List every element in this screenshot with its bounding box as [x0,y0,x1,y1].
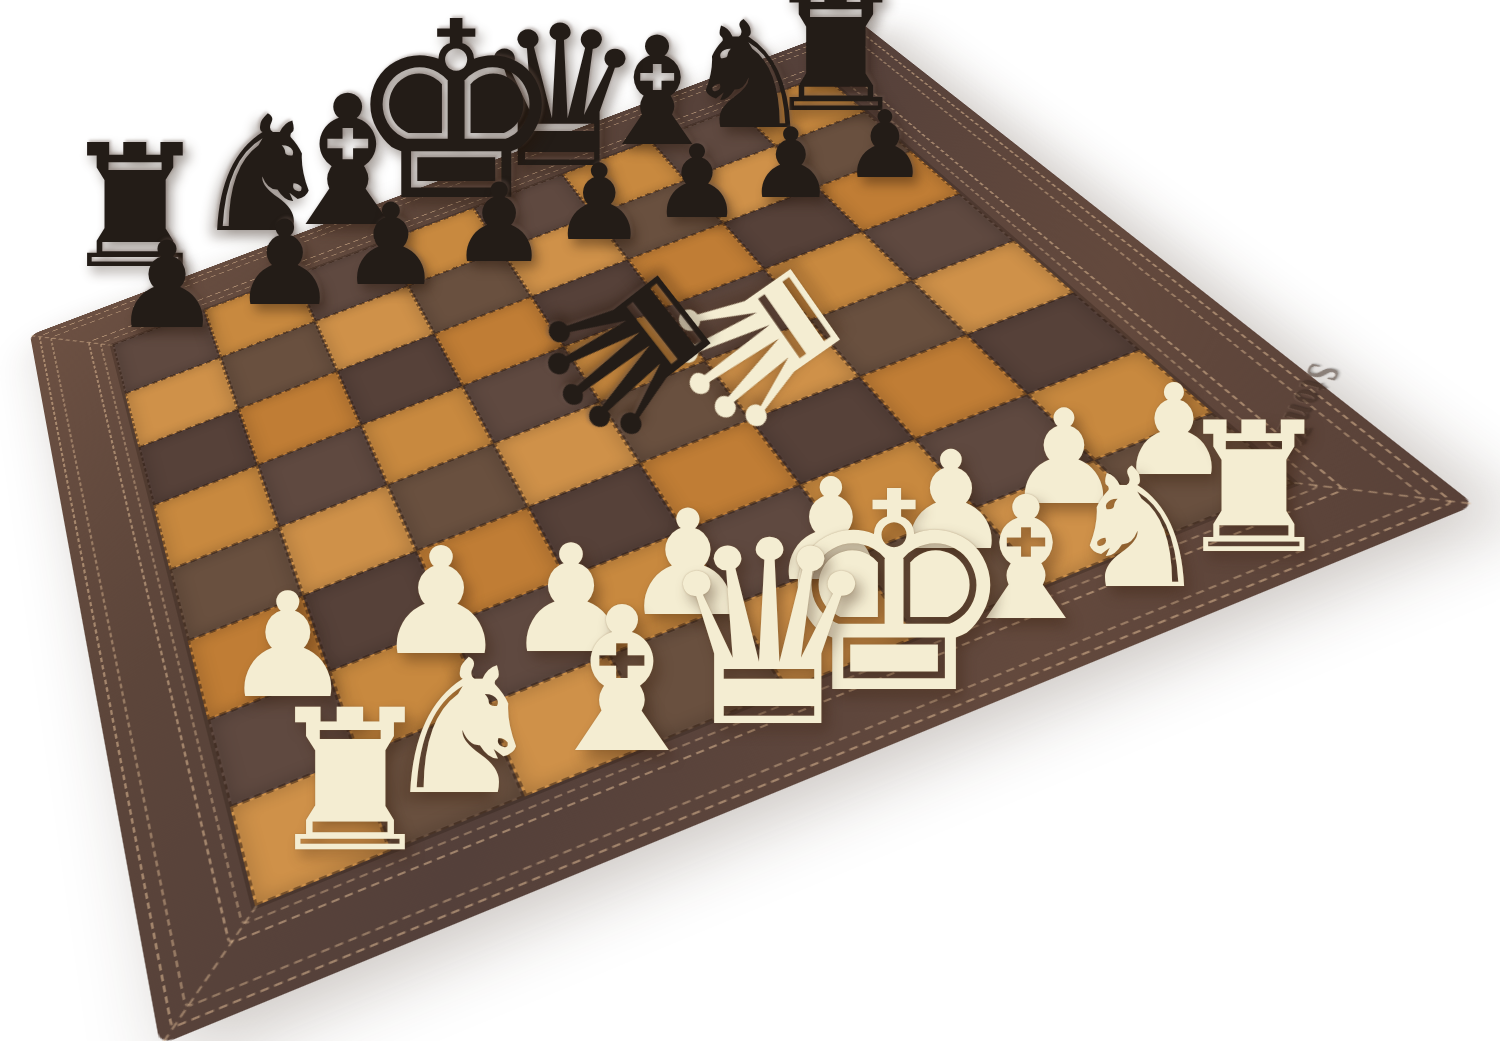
product-photo-scene: StonKraft ♜♞♝♚♛♝♞♜♟♟♟♟♟♟♟♟♛♛♟♟♟♟♟♟♟♟♜♞♝♛… [0,0,1500,1041]
corner-miter-stitch [822,23,860,75]
corner-miter-stitch [162,905,257,1041]
chess-mat: StonKraft [30,22,1475,1041]
corner-miter-stitch [1294,482,1471,505]
black-rook: ♜ [59,122,211,292]
chess-board [112,75,1294,906]
corner-miter-stitch [31,335,113,346]
